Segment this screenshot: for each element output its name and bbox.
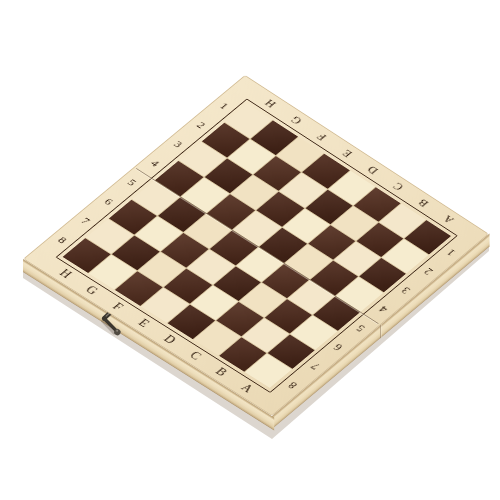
chess-board: HGFEDCBA HGFEDCBA 12345678 12345678 xyxy=(23,75,489,416)
chessboard-product-photo: HGFEDCBA HGFEDCBA 12345678 12345678 xyxy=(0,0,500,500)
fold-seam-side-notch xyxy=(380,324,382,338)
